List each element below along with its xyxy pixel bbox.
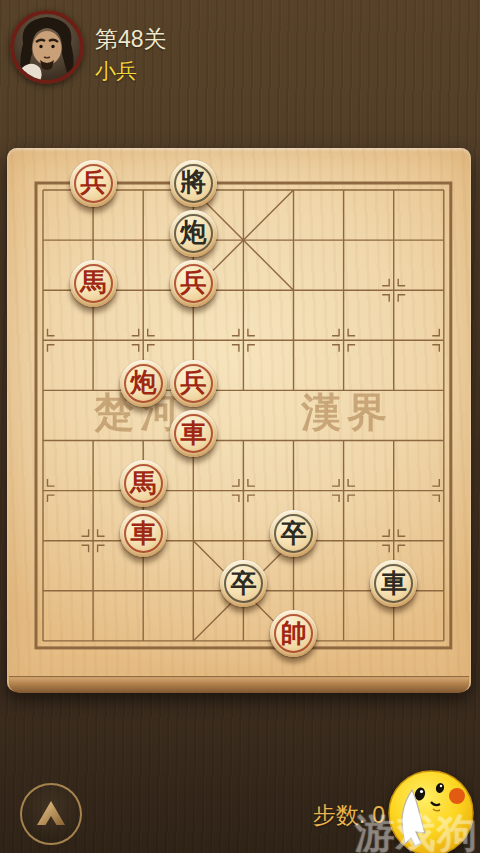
piece-black-卒[interactable]: 卒 [270, 510, 317, 557]
back-button[interactable] [20, 783, 82, 845]
board-cell: 卒 [268, 516, 318, 566]
header-bar: 第48关 小兵 [0, 0, 480, 95]
board-cell: 馬 [118, 466, 168, 516]
board-cell: 卒 [218, 566, 268, 616]
board-cell: 兵 [68, 165, 118, 215]
piece-glyph: 兵 [180, 369, 206, 395]
board-cell: 兵 [168, 365, 218, 415]
chevron-up-icon [34, 799, 68, 829]
board-cell: 炮 [118, 365, 168, 415]
game-screen: 第48关 小兵 楚河 漢界 兵將炮馬兵炮兵車馬車卒卒車帥 步数: 0 [0, 0, 480, 853]
piece-glyph: 卒 [281, 520, 307, 546]
level-number: 第48关 [95, 25, 167, 54]
piece-red-馬[interactable]: 馬 [70, 260, 117, 307]
moves-value: 0 [372, 802, 385, 829]
pieces-layer: 兵將炮馬兵炮兵車馬車卒卒車帥 [18, 165, 469, 666]
piece-red-車[interactable]: 車 [120, 510, 167, 557]
piece-glyph: 將 [180, 169, 206, 195]
xiangqi-board: 楚河 漢界 兵將炮馬兵炮兵車馬車卒卒車帥 [7, 148, 471, 692]
piece-glyph: 兵 [180, 269, 206, 295]
piece-glyph: 炮 [130, 369, 156, 395]
level-info: 第48关 小兵 [95, 25, 167, 84]
piece-black-卒[interactable]: 卒 [220, 560, 267, 607]
board-cell: 車 [369, 566, 419, 616]
piece-red-炮[interactable]: 炮 [120, 360, 167, 407]
piece-black-將[interactable]: 將 [170, 160, 217, 207]
board-cell: 馬 [68, 265, 118, 315]
level-name: 小兵 [95, 58, 167, 84]
piece-red-車[interactable]: 車 [170, 410, 217, 457]
piece-red-兵[interactable]: 兵 [70, 160, 117, 207]
board-cell: 兵 [168, 265, 218, 315]
board-cell: 帥 [268, 616, 318, 666]
piece-glyph: 車 [130, 520, 156, 546]
piece-red-兵[interactable]: 兵 [170, 260, 217, 307]
moves-label: 步数: [313, 800, 365, 831]
piece-glyph: 車 [180, 420, 206, 446]
board-cell: 將 [168, 165, 218, 215]
board-cell: 車 [118, 516, 168, 566]
piece-black-炮[interactable]: 炮 [170, 210, 217, 257]
piece-glyph: 馬 [130, 470, 156, 496]
helper-ball-button[interactable] [387, 769, 475, 853]
piece-glyph: 卒 [230, 570, 256, 596]
piece-red-帥[interactable]: 帥 [270, 610, 317, 657]
piece-red-兵[interactable]: 兵 [170, 360, 217, 407]
player-avatar[interactable] [10, 10, 84, 84]
piece-glyph: 兵 [80, 169, 106, 195]
board-cell: 車 [168, 415, 218, 465]
board-cell: 炮 [168, 215, 218, 265]
piece-red-馬[interactable]: 馬 [120, 460, 167, 507]
piece-glyph: 馬 [80, 269, 106, 295]
piece-black-車[interactable]: 車 [370, 560, 417, 607]
moves-counter: 步数: 0 [313, 800, 385, 831]
piece-glyph: 炮 [180, 219, 206, 245]
piece-glyph: 車 [381, 570, 407, 596]
smiley-ball-icon [389, 771, 473, 853]
piece-glyph: 帥 [281, 620, 307, 646]
